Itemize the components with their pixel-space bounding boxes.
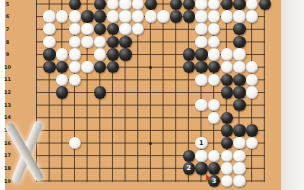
white-stone — [119, 23, 131, 35]
white-stone — [132, 10, 144, 22]
black-stone — [107, 36, 119, 48]
black-stone — [183, 48, 195, 60]
black-stone — [233, 124, 245, 136]
white-stone — [195, 99, 207, 111]
black-stone — [233, 74, 245, 86]
black-stone — [170, 10, 182, 22]
black-stone — [195, 61, 207, 73]
white-stone — [69, 48, 81, 60]
go-screenshot-frame: 5678910111213141516171819123 — [0, 0, 304, 190]
black-stone — [221, 86, 233, 98]
black-stone — [233, 23, 245, 35]
white-stone — [195, 10, 207, 22]
white-stone — [81, 61, 93, 73]
black-stone — [107, 48, 119, 60]
white-stone — [81, 36, 93, 48]
white-stone — [69, 137, 81, 149]
white-stone — [221, 162, 233, 174]
black-stone — [183, 150, 195, 162]
black-stone — [195, 162, 207, 174]
white-stone — [56, 10, 68, 22]
row-label: 5 — [2, 1, 13, 8]
black-stone — [81, 10, 93, 22]
white-stone — [195, 74, 207, 86]
watermark-logo — [0, 116, 54, 190]
black-stone — [221, 124, 233, 136]
white-stone — [221, 175, 233, 187]
black-stone — [56, 86, 68, 98]
black-stone — [43, 48, 55, 60]
black-stone — [94, 10, 106, 22]
white-stone — [208, 48, 220, 60]
white-stone — [233, 48, 245, 60]
white-stone — [119, 0, 131, 10]
white-stone — [43, 23, 55, 35]
white-stone — [221, 10, 233, 22]
white-stone — [145, 10, 157, 22]
white-stone — [56, 48, 68, 60]
black-stone — [119, 48, 131, 60]
white-stone — [157, 10, 169, 22]
white-stone — [208, 112, 220, 124]
black-stone — [94, 86, 106, 98]
row-label: 11 — [2, 76, 13, 83]
white-stone — [195, 36, 207, 48]
white-stone — [233, 175, 245, 187]
white-stone — [208, 150, 220, 162]
white-stone — [233, 137, 245, 149]
black-stone — [119, 36, 131, 48]
white-stone — [221, 150, 233, 162]
white-stone — [233, 61, 245, 73]
black-stone — [183, 162, 195, 174]
black-stone — [208, 175, 220, 187]
white-stone — [221, 48, 233, 60]
star-point — [149, 142, 152, 145]
white-stone — [69, 74, 81, 86]
white-stone — [233, 10, 245, 22]
white-stone — [208, 10, 220, 22]
white-stone — [233, 162, 245, 174]
row-label: 12 — [2, 89, 13, 96]
white-stone — [69, 10, 81, 22]
white-stone — [81, 23, 93, 35]
black-stone — [221, 74, 233, 86]
black-stone — [259, 0, 271, 10]
black-stone — [183, 10, 195, 22]
black-stone — [233, 99, 245, 111]
black-stone — [221, 112, 233, 124]
white-stone — [94, 48, 106, 60]
black-stone — [246, 124, 258, 136]
row-label: 13 — [2, 102, 13, 109]
row-label: 6 — [2, 13, 13, 20]
row-label: 7 — [2, 26, 13, 33]
black-stone — [233, 0, 245, 10]
white-stone — [246, 86, 258, 98]
row-label: 10 — [2, 64, 13, 71]
white-stone — [43, 10, 55, 22]
white-stone — [246, 10, 258, 22]
white-stone — [195, 0, 207, 10]
row-label: 8 — [2, 39, 13, 46]
star-point — [149, 66, 152, 69]
black-stone — [233, 36, 245, 48]
white-stone — [195, 23, 207, 35]
white-stone — [195, 137, 207, 149]
white-stone — [107, 10, 119, 22]
white-stone — [233, 150, 245, 162]
row-label: 9 — [2, 51, 13, 58]
black-stone — [233, 86, 245, 98]
black-stone — [43, 61, 55, 73]
black-stone — [221, 137, 233, 149]
white-stone — [69, 36, 81, 48]
white-stone — [43, 36, 55, 48]
white-stone — [195, 150, 207, 162]
black-stone — [208, 162, 220, 174]
white-stone — [119, 10, 131, 22]
black-stone — [195, 48, 207, 60]
